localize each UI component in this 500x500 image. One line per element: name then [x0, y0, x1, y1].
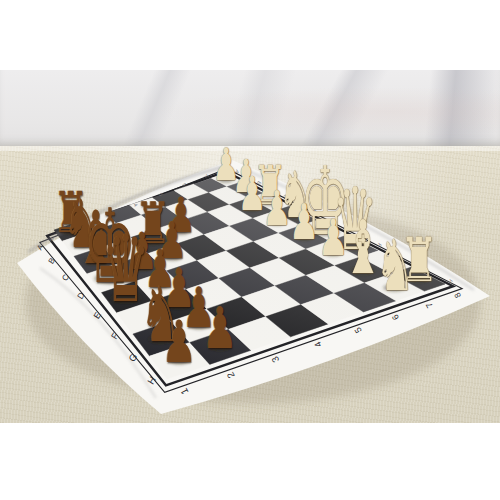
piece-shadow: [211, 344, 229, 350]
piece-shadow: [170, 358, 189, 364]
piece-shadow: [151, 284, 168, 290]
product-photo-frame: A1A1B2B2C3C3D4D4E5E5F6F6G7G7H8H8 ♟♟♜♟♞♟♚…: [0, 0, 500, 500]
piece-shadow: [286, 213, 306, 220]
piece-shadow: [310, 226, 340, 236]
chessboard-sheet: A1A1B2B2C3C3D4D4E5E5F6F6G7G7H8H8: [0, 0, 500, 500]
piece-shadow: [351, 266, 375, 274]
piece-shadow: [84, 257, 107, 265]
piece-shadow: [149, 335, 173, 343]
piece-shadow: [170, 303, 187, 309]
piece-shadow: [244, 206, 259, 211]
piece-shadow: [144, 238, 162, 244]
piece-shadow: [111, 293, 141, 303]
piece-shadow: [325, 251, 341, 257]
piece-shadow: [296, 235, 312, 240]
piece-shadow: [238, 188, 253, 193]
piece-shadow: [218, 178, 232, 183]
piece-shadow: [173, 230, 189, 235]
piece-shadow: [190, 323, 208, 329]
piece-shadow: [341, 242, 369, 251]
piece-shadow: [383, 284, 406, 292]
piece-shadow: [94, 273, 127, 284]
piece-shadow: [62, 228, 80, 234]
piece-shadow: [269, 220, 284, 225]
piece-shadow: [261, 200, 278, 206]
piece-shadow: [164, 255, 180, 261]
piece-shadow: [134, 265, 150, 271]
piece-shadow: [72, 241, 93, 248]
piece-shadow: [410, 276, 429, 283]
